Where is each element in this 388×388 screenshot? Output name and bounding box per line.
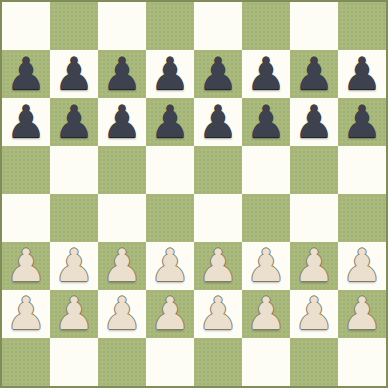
- square-c3[interactable]: ♟: [98, 242, 146, 290]
- square-h5[interactable]: [338, 146, 386, 194]
- square-a7[interactable]: ♟: [2, 50, 50, 98]
- square-b7[interactable]: ♟: [50, 50, 98, 98]
- white-pawn[interactable]: ♟: [294, 243, 334, 288]
- white-pawn[interactable]: ♟: [294, 291, 334, 336]
- black-pawn[interactable]: ♟: [294, 51, 334, 96]
- black-pawn[interactable]: ♟: [150, 51, 190, 96]
- chess-board-container: ♟♟♟♟♟♟♟♟♟♟♟♟♟♟♟♟♟♟♟♟♟♟♟♟♟♟♟♟♟♟♟♟: [0, 0, 388, 388]
- square-a4[interactable]: [2, 194, 50, 242]
- black-pawn[interactable]: ♟: [6, 51, 46, 96]
- square-b4[interactable]: [50, 194, 98, 242]
- square-d1[interactable]: [146, 338, 194, 386]
- square-b5[interactable]: [50, 146, 98, 194]
- black-pawn[interactable]: ♟: [150, 99, 190, 144]
- square-c6[interactable]: ♟: [98, 98, 146, 146]
- black-pawn[interactable]: ♟: [54, 51, 94, 96]
- square-e5[interactable]: [194, 146, 242, 194]
- square-h2[interactable]: ♟: [338, 290, 386, 338]
- square-e2[interactable]: ♟: [194, 290, 242, 338]
- white-pawn[interactable]: ♟: [246, 243, 286, 288]
- white-pawn[interactable]: ♟: [102, 291, 142, 336]
- square-f8[interactable]: [242, 2, 290, 50]
- square-g3[interactable]: ♟: [290, 242, 338, 290]
- white-pawn[interactable]: ♟: [198, 243, 238, 288]
- white-pawn[interactable]: ♟: [54, 243, 94, 288]
- black-pawn[interactable]: ♟: [102, 99, 142, 144]
- black-pawn[interactable]: ♟: [6, 99, 46, 144]
- square-c8[interactable]: [98, 2, 146, 50]
- square-b3[interactable]: ♟: [50, 242, 98, 290]
- white-pawn[interactable]: ♟: [6, 291, 46, 336]
- square-e3[interactable]: ♟: [194, 242, 242, 290]
- square-c7[interactable]: ♟: [98, 50, 146, 98]
- black-pawn[interactable]: ♟: [198, 99, 238, 144]
- square-h7[interactable]: ♟: [338, 50, 386, 98]
- chess-board: ♟♟♟♟♟♟♟♟♟♟♟♟♟♟♟♟♟♟♟♟♟♟♟♟♟♟♟♟♟♟♟♟: [0, 0, 388, 388]
- square-a8[interactable]: [2, 2, 50, 50]
- square-b2[interactable]: ♟: [50, 290, 98, 338]
- square-d7[interactable]: ♟: [146, 50, 194, 98]
- square-g2[interactable]: ♟: [290, 290, 338, 338]
- square-e4[interactable]: [194, 194, 242, 242]
- square-a6[interactable]: ♟: [2, 98, 50, 146]
- square-f3[interactable]: ♟: [242, 242, 290, 290]
- black-pawn[interactable]: ♟: [246, 51, 286, 96]
- square-f6[interactable]: ♟: [242, 98, 290, 146]
- square-d6[interactable]: ♟: [146, 98, 194, 146]
- black-pawn[interactable]: ♟: [342, 51, 382, 96]
- square-h1[interactable]: [338, 338, 386, 386]
- white-pawn[interactable]: ♟: [198, 291, 238, 336]
- square-h4[interactable]: [338, 194, 386, 242]
- square-a3[interactable]: ♟: [2, 242, 50, 290]
- square-e8[interactable]: [194, 2, 242, 50]
- square-b1[interactable]: [50, 338, 98, 386]
- white-pawn[interactable]: ♟: [150, 291, 190, 336]
- square-c4[interactable]: [98, 194, 146, 242]
- square-d4[interactable]: [146, 194, 194, 242]
- square-d2[interactable]: ♟: [146, 290, 194, 338]
- square-c1[interactable]: [98, 338, 146, 386]
- square-a1[interactable]: [2, 338, 50, 386]
- square-h8[interactable]: [338, 2, 386, 50]
- square-f1[interactable]: [242, 338, 290, 386]
- white-pawn[interactable]: ♟: [342, 291, 382, 336]
- square-g5[interactable]: [290, 146, 338, 194]
- black-pawn[interactable]: ♟: [246, 99, 286, 144]
- square-g4[interactable]: [290, 194, 338, 242]
- white-pawn[interactable]: ♟: [342, 243, 382, 288]
- white-pawn[interactable]: ♟: [6, 243, 46, 288]
- square-e6[interactable]: ♟: [194, 98, 242, 146]
- square-c5[interactable]: [98, 146, 146, 194]
- square-h3[interactable]: ♟: [338, 242, 386, 290]
- square-b8[interactable]: [50, 2, 98, 50]
- white-pawn[interactable]: ♟: [246, 291, 286, 336]
- square-f2[interactable]: ♟: [242, 290, 290, 338]
- square-d5[interactable]: [146, 146, 194, 194]
- square-g8[interactable]: [290, 2, 338, 50]
- square-e7[interactable]: ♟: [194, 50, 242, 98]
- white-pawn[interactable]: ♟: [150, 243, 190, 288]
- square-g6[interactable]: ♟: [290, 98, 338, 146]
- black-pawn[interactable]: ♟: [342, 99, 382, 144]
- square-d3[interactable]: ♟: [146, 242, 194, 290]
- white-pawn[interactable]: ♟: [54, 291, 94, 336]
- square-h6[interactable]: ♟: [338, 98, 386, 146]
- square-f5[interactable]: [242, 146, 290, 194]
- black-pawn[interactable]: ♟: [198, 51, 238, 96]
- square-a2[interactable]: ♟: [2, 290, 50, 338]
- black-pawn[interactable]: ♟: [54, 99, 94, 144]
- black-pawn[interactable]: ♟: [102, 51, 142, 96]
- square-a5[interactable]: [2, 146, 50, 194]
- square-f4[interactable]: [242, 194, 290, 242]
- square-c2[interactable]: ♟: [98, 290, 146, 338]
- white-pawn[interactable]: ♟: [102, 243, 142, 288]
- square-d8[interactable]: [146, 2, 194, 50]
- square-g7[interactable]: ♟: [290, 50, 338, 98]
- black-pawn[interactable]: ♟: [294, 99, 334, 144]
- square-e1[interactable]: [194, 338, 242, 386]
- square-b6[interactable]: ♟: [50, 98, 98, 146]
- square-f7[interactable]: ♟: [242, 50, 290, 98]
- square-g1[interactable]: [290, 338, 338, 386]
